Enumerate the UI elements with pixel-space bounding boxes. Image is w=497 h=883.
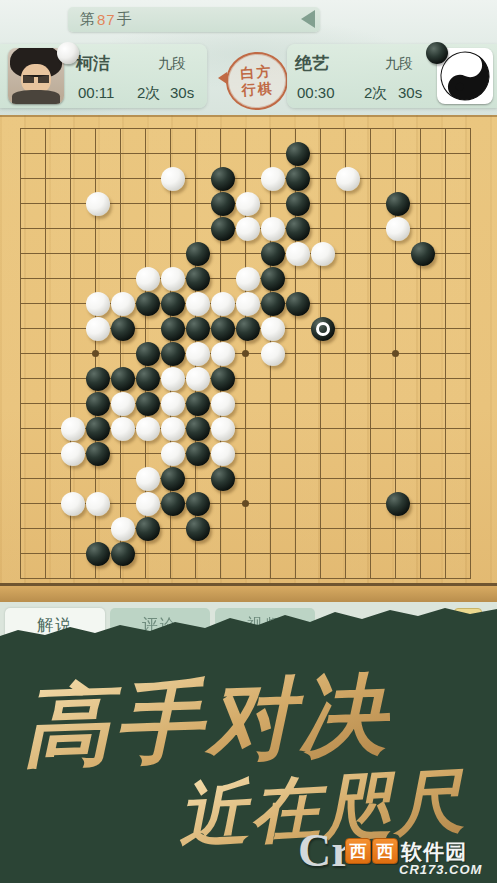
player-time-black: 00:30 xyxy=(297,84,335,101)
turn-seal: 白方 行棋 xyxy=(224,50,290,112)
stone-black xyxy=(136,342,160,366)
stone-white xyxy=(261,342,285,366)
stone-white xyxy=(186,342,210,366)
stone-white xyxy=(136,492,160,516)
stone-black xyxy=(186,492,210,516)
watermark-site: CR173.COM xyxy=(399,862,482,877)
stone-white xyxy=(111,292,135,316)
stone-black xyxy=(286,167,310,191)
stone-black xyxy=(161,467,185,491)
stone-white xyxy=(86,292,110,316)
stone-white xyxy=(311,242,335,266)
stone-black xyxy=(411,242,435,266)
stone-white xyxy=(161,267,185,291)
player-period-seconds-white: 30s xyxy=(170,84,194,101)
star-point xyxy=(92,350,99,357)
stone-white xyxy=(261,317,285,341)
stone-white xyxy=(386,217,410,241)
star-point xyxy=(242,500,249,507)
stone-black xyxy=(161,292,185,316)
stone-white xyxy=(186,367,210,391)
board-top-edge xyxy=(0,115,497,117)
stone-white xyxy=(86,317,110,341)
stone-white xyxy=(161,167,185,191)
avatar-kejie[interactable] xyxy=(8,48,64,104)
last-move-marker xyxy=(316,322,330,336)
stone-black xyxy=(211,367,235,391)
stone-white xyxy=(61,492,85,516)
stone-black xyxy=(161,492,185,516)
star-point xyxy=(242,350,249,357)
stone-white xyxy=(261,217,285,241)
stone-black xyxy=(136,367,160,391)
stone-white xyxy=(336,167,360,191)
stone-white xyxy=(61,442,85,466)
move-prefix: 第 xyxy=(80,10,96,29)
stone-black xyxy=(186,317,210,341)
stone-white xyxy=(286,242,310,266)
stone-white xyxy=(111,517,135,541)
stone-white xyxy=(186,292,210,316)
stone-black xyxy=(186,417,210,441)
stone-black xyxy=(261,242,285,266)
stone-white xyxy=(261,167,285,191)
move-counter: 第87手 xyxy=(68,7,320,32)
stone-black xyxy=(136,517,160,541)
watermark-box1: 西 xyxy=(345,838,371,864)
stone-white xyxy=(236,267,260,291)
stone-black xyxy=(86,542,110,566)
go-board[interactable] xyxy=(0,115,497,602)
stone-black xyxy=(186,442,210,466)
black-stone-icon xyxy=(426,42,448,64)
stone-white xyxy=(236,192,260,216)
stone-white xyxy=(211,292,235,316)
stone-white xyxy=(211,442,235,466)
board-bottom-shade xyxy=(0,586,497,602)
stone-white xyxy=(161,367,185,391)
stone-white xyxy=(136,417,160,441)
stone-black xyxy=(186,267,210,291)
stone-white xyxy=(111,417,135,441)
stone-black xyxy=(161,317,185,341)
move-suffix: 手 xyxy=(117,10,133,29)
player-rank-white: 九段 xyxy=(158,55,186,73)
stone-black xyxy=(111,542,135,566)
stone-white xyxy=(161,417,185,441)
stone-white xyxy=(236,292,260,316)
stone-black xyxy=(211,467,235,491)
stone-black xyxy=(161,342,185,366)
player-period-seconds-black: 30s xyxy=(398,84,422,101)
player-periods-black: 2次 xyxy=(364,84,387,103)
stone-white xyxy=(86,492,110,516)
stone-white xyxy=(161,442,185,466)
stone-white xyxy=(211,342,235,366)
stone-black xyxy=(111,317,135,341)
stone-white xyxy=(161,392,185,416)
white-stone-icon xyxy=(57,42,79,64)
stone-black xyxy=(286,292,310,316)
stone-black xyxy=(211,192,235,216)
stone-black xyxy=(86,417,110,441)
stone-black xyxy=(386,192,410,216)
stone-black xyxy=(111,367,135,391)
stone-white xyxy=(111,392,135,416)
stone-black-last-move xyxy=(311,317,335,341)
stone-white xyxy=(211,417,235,441)
stone-black xyxy=(136,292,160,316)
stone-black xyxy=(286,192,310,216)
stone-black xyxy=(86,442,110,466)
stone-black xyxy=(211,317,235,341)
star-point xyxy=(392,350,399,357)
stone-black xyxy=(286,217,310,241)
stone-white xyxy=(211,392,235,416)
player-periods-white: 2次 xyxy=(137,84,160,103)
stone-black xyxy=(186,517,210,541)
stone-black xyxy=(136,392,160,416)
stone-white xyxy=(86,192,110,216)
stone-black xyxy=(86,367,110,391)
stone-black xyxy=(211,217,235,241)
stone-black xyxy=(86,392,110,416)
player-name-black: 绝艺 xyxy=(295,52,329,75)
move-number: 87 xyxy=(96,11,117,28)
stone-black xyxy=(286,142,310,166)
stone-black xyxy=(186,392,210,416)
stone-white xyxy=(61,417,85,441)
watermark-box2: 西 xyxy=(372,838,398,864)
player-name-white: 柯洁 xyxy=(76,52,110,75)
turn-seal-line2: 行棋 xyxy=(241,80,274,99)
stone-white xyxy=(136,467,160,491)
player-rank-black: 九段 xyxy=(385,55,413,73)
back-arrow-icon[interactable] xyxy=(301,10,315,28)
stone-black xyxy=(386,492,410,516)
avatar-glasses xyxy=(23,75,49,83)
player-time-white: 00:11 xyxy=(78,84,114,101)
stone-black xyxy=(261,292,285,316)
avatar-body xyxy=(12,90,60,104)
stone-black xyxy=(236,317,260,341)
watermark-cr: Cr xyxy=(298,824,352,877)
stone-black xyxy=(261,267,285,291)
header-bar: 第87手 柯洁 九段 00:11 2次 30s 白方 行棋 绝艺 九段 00:3… xyxy=(0,0,497,115)
stone-white xyxy=(136,267,160,291)
stone-black xyxy=(211,167,235,191)
stone-white xyxy=(236,217,260,241)
stone-black xyxy=(186,242,210,266)
